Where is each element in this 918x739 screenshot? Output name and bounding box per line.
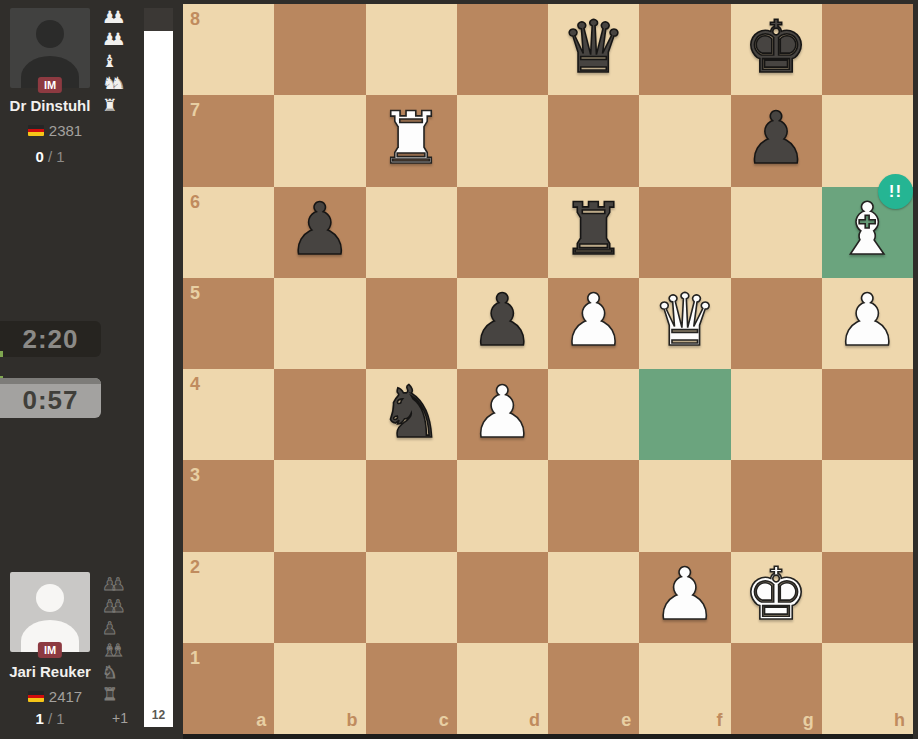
eval-bar: 12 [144, 8, 173, 727]
score-bottom: 1 / 1 [0, 710, 100, 727]
square-g7[interactable]: ♟ [731, 95, 822, 186]
square-f8[interactable] [639, 4, 730, 95]
rank-label-4: 4 [190, 375, 200, 393]
rating-row-bottom: 2417 [0, 688, 110, 705]
captured-pieces-bottom: ♟♟♟♟♟♝♝♞♜ [102, 573, 146, 705]
square-b5[interactable] [274, 278, 365, 369]
captured-knight-group: ♞♞ [102, 72, 146, 94]
white-rook[interactable]: ♜ [379, 102, 444, 174]
eval-value: 12 [144, 708, 173, 722]
square-e6[interactable]: ♜ [548, 187, 639, 278]
captured-pawn-group: ♟♟ [102, 573, 146, 595]
square-h4[interactable] [822, 369, 913, 460]
avatar-silhouette [36, 20, 64, 48]
square-b8[interactable] [274, 4, 365, 95]
rating-bottom: 2417 [49, 688, 82, 705]
square-h6[interactable]: ♝!! [822, 187, 913, 278]
chess-board: 8♛♚7♜♟6♟♜♝!!5♟♟♛♟4♞♟32♟♚1abcdefgh [183, 4, 913, 734]
square-g8[interactable]: ♚ [731, 4, 822, 95]
square-g3[interactable] [731, 460, 822, 551]
square-f3[interactable] [639, 460, 730, 551]
file-label-e: e [621, 711, 631, 729]
square-h5[interactable]: ♟ [822, 278, 913, 369]
square-a7[interactable]: 7 [183, 95, 274, 186]
square-h7[interactable] [822, 95, 913, 186]
square-d8[interactable] [457, 4, 548, 95]
white-pawn[interactable]: ♟ [561, 284, 626, 356]
square-c4[interactable]: ♞ [366, 369, 457, 460]
white-pawn[interactable]: ♟ [470, 376, 535, 448]
german-flag-icon [28, 125, 44, 136]
white-queen[interactable]: ♛ [653, 284, 718, 356]
square-e2[interactable] [548, 552, 639, 643]
captured-pieces-top: ♟♟♟♟♝♞♞♜ [102, 6, 146, 116]
square-c6[interactable] [366, 187, 457, 278]
square-d6[interactable] [457, 187, 548, 278]
square-e7[interactable] [548, 95, 639, 186]
square-e4[interactable] [548, 369, 639, 460]
square-a8[interactable]: 8 [183, 4, 274, 95]
captured-rook: ♜ [102, 683, 146, 705]
german-flag-icon [28, 691, 44, 702]
rating-row-top: 2381 [0, 122, 110, 139]
square-c1[interactable]: c [366, 643, 457, 734]
captured-bishop: ♝ [102, 50, 146, 72]
square-d3[interactable] [457, 460, 548, 551]
file-label-h: h [894, 711, 905, 729]
rank-label-6: 6 [190, 193, 200, 211]
rank-label-8: 8 [190, 10, 200, 28]
captured-pawn-group: ♟♟ [102, 595, 146, 617]
im-title-badge-bottom: IM [38, 642, 62, 658]
captured-pawn-group: ♟♟ [102, 6, 146, 28]
black-pawn[interactable]: ♟ [744, 102, 809, 174]
square-b4[interactable] [274, 369, 365, 460]
black-rook[interactable]: ♜ [561, 193, 626, 265]
file-label-g: g [803, 711, 814, 729]
file-label-b: b [347, 711, 358, 729]
square-e3[interactable] [548, 460, 639, 551]
material-advantage: +1 [98, 710, 142, 726]
square-f4[interactable] [639, 369, 730, 460]
avatar-top-player[interactable] [10, 8, 90, 88]
captured-bishop-group: ♝♝ [102, 639, 146, 661]
square-a4[interactable]: 4 [183, 369, 274, 460]
square-a5[interactable]: 5 [183, 278, 274, 369]
square-f2[interactable]: ♟ [639, 552, 730, 643]
square-c7[interactable]: ♜ [366, 95, 457, 186]
square-f5[interactable]: ♛ [639, 278, 730, 369]
square-a1[interactable]: 1a [183, 643, 274, 734]
rank-label-7: 7 [190, 101, 200, 119]
square-b1[interactable]: b [274, 643, 365, 734]
rank-label-2: 2 [190, 558, 200, 576]
square-c8[interactable] [366, 4, 457, 95]
im-title-badge-top: IM [38, 77, 62, 93]
square-d5[interactable]: ♟ [457, 278, 548, 369]
square-c5[interactable] [366, 278, 457, 369]
captured-pawn-group: ♟♟ [102, 28, 146, 50]
rating-top: 2381 [49, 122, 82, 139]
square-b7[interactable] [274, 95, 365, 186]
square-e1[interactable]: e [548, 643, 639, 734]
square-e8[interactable]: ♛ [548, 4, 639, 95]
square-a2[interactable]: 2 [183, 552, 274, 643]
square-g6[interactable] [731, 187, 822, 278]
captured-rook: ♜ [102, 94, 146, 116]
square-g5[interactable] [731, 278, 822, 369]
avatar-silhouette [36, 584, 64, 612]
square-c3[interactable] [366, 460, 457, 551]
clock-bottom-player: 0:57 [0, 378, 101, 418]
square-d1[interactable]: d [457, 643, 548, 734]
brilliant-move-badge: !! [878, 174, 913, 209]
square-b3[interactable] [274, 460, 365, 551]
square-h1[interactable]: h [822, 643, 913, 734]
square-d2[interactable] [457, 552, 548, 643]
square-h3[interactable] [822, 460, 913, 551]
square-g4[interactable] [731, 369, 822, 460]
rank-label-1: 1 [190, 649, 200, 667]
square-f1[interactable]: f [639, 643, 730, 734]
player-name-top[interactable]: Dr Dinstuhl [0, 97, 100, 114]
square-h2[interactable] [822, 552, 913, 643]
file-label-d: d [529, 711, 540, 729]
square-c2[interactable] [366, 552, 457, 643]
black-king[interactable]: ♚ [744, 11, 809, 83]
file-label-a: a [256, 711, 266, 729]
white-pawn[interactable]: ♟ [653, 558, 718, 630]
file-label-c: c [439, 711, 449, 729]
square-a3[interactable]: 3 [183, 460, 274, 551]
score-top: 0 / 1 [0, 148, 100, 165]
square-b6[interactable]: ♟ [274, 187, 365, 278]
square-g2[interactable]: ♚ [731, 552, 822, 643]
white-king[interactable]: ♚ [744, 558, 809, 630]
white-pawn[interactable]: ♟ [835, 284, 900, 356]
captured-knight: ♞ [102, 661, 146, 683]
captured-pawn: ♟ [102, 617, 146, 639]
black-pawn[interactable]: ♟ [288, 193, 353, 265]
clock-accent [0, 351, 3, 357]
square-d7[interactable] [457, 95, 548, 186]
square-h8[interactable] [822, 4, 913, 95]
black-queen[interactable]: ♛ [561, 11, 626, 83]
black-knight[interactable]: ♞ [379, 376, 444, 448]
square-f7[interactable] [639, 95, 730, 186]
rank-label-3: 3 [190, 466, 200, 484]
square-a6[interactable]: 6 [183, 187, 274, 278]
avatar-bottom-player[interactable] [10, 572, 90, 652]
square-d4[interactable]: ♟ [457, 369, 548, 460]
clock-top-player: 2:20 [0, 321, 101, 357]
rank-label-5: 5 [190, 284, 200, 302]
square-g1[interactable]: g [731, 643, 822, 734]
square-b2[interactable] [274, 552, 365, 643]
file-label-f: f [717, 711, 723, 729]
eval-bar-black-section [144, 8, 173, 31]
square-e5[interactable]: ♟ [548, 278, 639, 369]
square-f6[interactable] [639, 187, 730, 278]
game-page: IM Dr Dinstuhl 2381 0 / 1 ♟♟♟♟♝♞♞♜ 2:20 … [0, 0, 918, 739]
black-pawn[interactable]: ♟ [470, 284, 535, 356]
player-name-bottom[interactable]: Jari Reuker [0, 663, 100, 680]
